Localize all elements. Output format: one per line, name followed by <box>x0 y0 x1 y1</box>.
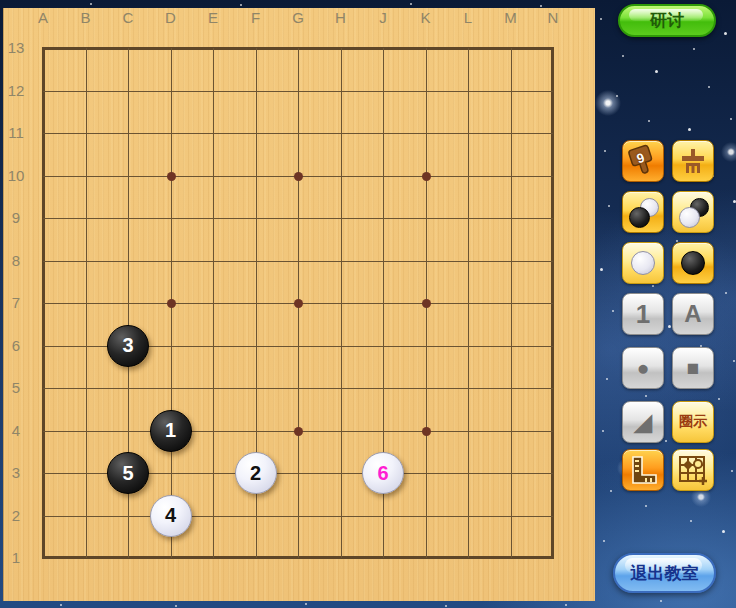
star <box>616 95 618 97</box>
row-label: 10 <box>4 167 28 185</box>
circle-mark-button[interactable]: ● <box>622 347 664 389</box>
column-label: B <box>71 9 101 26</box>
row-label: 8 <box>4 252 28 270</box>
star <box>603 540 605 542</box>
star <box>565 604 567 606</box>
triangle-mark-icon: ◢ <box>634 409 652 436</box>
hoshi-point <box>294 172 303 181</box>
star <box>731 470 733 472</box>
hoshi-point <box>422 299 431 308</box>
row-label: 12 <box>4 82 28 100</box>
stone-black-3: 3 <box>107 325 149 367</box>
row-label: 6 <box>4 337 28 355</box>
row-label: 7 <box>4 294 28 312</box>
move-number: 5 <box>122 462 133 485</box>
white-stone-icon <box>631 251 655 275</box>
grid-hline <box>43 516 553 517</box>
square-mark-icon: ■ <box>687 356 700 380</box>
go-board[interactable]: ABCDEFGHJKLMN13121110987654321 123456 <box>3 8 595 601</box>
row-label: 11 <box>4 124 28 142</box>
move-number: 4 <box>165 504 176 527</box>
star <box>445 605 447 607</box>
exit-classroom-button[interactable]: 退出教室 <box>613 553 716 593</box>
star <box>604 150 606 152</box>
column-label: C <box>113 9 143 26</box>
grid-vline <box>468 48 469 558</box>
black-stone-front-icon <box>629 207 650 228</box>
star <box>733 360 735 362</box>
star <box>602 430 604 432</box>
exit-classroom-label: 退出教室 <box>631 562 699 585</box>
rake-icon <box>677 145 709 177</box>
hoshi-point <box>422 172 431 181</box>
circle-show-label: 圈示 <box>679 413 707 431</box>
go-teaching-room: { "game": "go", "app": { "description": … <box>0 0 736 608</box>
star <box>60 604 62 606</box>
circle-show-button[interactable]: 圈示 <box>672 401 714 443</box>
star <box>175 605 177 607</box>
hoshi-point <box>294 427 303 436</box>
move-number: 2 <box>250 462 261 485</box>
place-white-stone-button[interactable] <box>622 242 664 284</box>
ruler-icon <box>627 454 659 486</box>
row-label: 4 <box>4 422 28 440</box>
star <box>90 3 92 5</box>
star <box>648 120 650 122</box>
column-label: D <box>156 9 186 26</box>
row-label: 3 <box>4 464 28 482</box>
star <box>540 5 542 7</box>
star <box>708 86 710 88</box>
star <box>240 4 242 6</box>
column-label: J <box>368 9 398 26</box>
white-stone-front-icon <box>679 207 700 228</box>
star <box>305 603 307 605</box>
black-stone-icon <box>681 251 705 275</box>
row-label: 9 <box>4 209 28 227</box>
stone-white-6: 6 <box>362 452 404 494</box>
ruler-count-button[interactable] <box>622 449 664 491</box>
number-label-button[interactable]: 1 <box>622 293 664 335</box>
star <box>612 310 614 312</box>
star <box>645 505 647 507</box>
row-label: 2 <box>4 507 28 525</box>
circle-mark-icon: ● <box>637 356 650 380</box>
star <box>668 325 671 328</box>
star <box>606 378 608 380</box>
column-label: F <box>241 9 271 26</box>
grid-hline <box>43 388 553 389</box>
star <box>660 600 662 602</box>
board-setup-add-button[interactable] <box>672 449 714 491</box>
move-number: 1 <box>165 419 176 442</box>
play-white-first-button[interactable] <box>672 191 714 233</box>
star <box>725 292 727 294</box>
star <box>722 530 725 533</box>
column-label: G <box>283 9 313 26</box>
column-label: H <box>326 9 356 26</box>
star <box>693 48 695 50</box>
move-number: 6 <box>377 462 388 485</box>
stone-black-1: 1 <box>150 410 192 452</box>
research-button[interactable]: 研讨 <box>618 4 716 37</box>
hoshi-point <box>422 427 431 436</box>
place-black-stone-button[interactable] <box>672 242 714 284</box>
row-label: 1 <box>4 549 28 567</box>
column-label: M <box>496 9 526 26</box>
star <box>608 205 610 207</box>
grid-vline <box>341 48 342 558</box>
star <box>652 285 654 287</box>
letter-label-glyph: A <box>684 300 701 328</box>
star <box>410 3 412 5</box>
star <box>610 490 612 492</box>
play-black-first-button[interactable] <box>622 191 664 233</box>
move-number: 3 <box>122 334 133 357</box>
star <box>718 398 720 400</box>
star <box>600 268 603 271</box>
grid-vline <box>511 48 512 558</box>
triangle-mark-button[interactable]: ◢ <box>622 401 664 443</box>
star <box>690 520 692 522</box>
column-label: A <box>28 9 58 26</box>
letter-label-button[interactable]: A <box>672 293 714 335</box>
pointer-hand-button[interactable]: 9 <box>622 140 664 182</box>
column-label: N <box>538 9 568 26</box>
stone-white-4: 4 <box>150 495 192 537</box>
research-button-label: 研讨 <box>650 9 684 32</box>
hoshi-point <box>167 172 176 181</box>
column-label: K <box>411 9 441 26</box>
square-mark-button[interactable]: ■ <box>672 347 714 389</box>
number-label-glyph: 1 <box>636 299 650 330</box>
stone-black-5: 5 <box>107 452 149 494</box>
star <box>688 128 691 131</box>
star <box>730 118 732 120</box>
row-label: 13 <box>4 39 28 57</box>
star <box>622 55 624 57</box>
board-setup-add-icon <box>676 453 710 487</box>
star <box>645 395 647 397</box>
star <box>665 440 667 442</box>
star <box>724 32 727 35</box>
star <box>600 18 602 20</box>
star <box>655 70 658 73</box>
column-label: L <box>453 9 483 26</box>
column-label: E <box>198 9 228 26</box>
clear-board-button[interactable] <box>672 140 714 182</box>
hand-pointer-icon: 9 <box>620 138 665 183</box>
stone-white-2: 2 <box>235 452 277 494</box>
row-label: 5 <box>4 379 28 397</box>
hoshi-point <box>294 299 303 308</box>
hoshi-point <box>167 299 176 308</box>
